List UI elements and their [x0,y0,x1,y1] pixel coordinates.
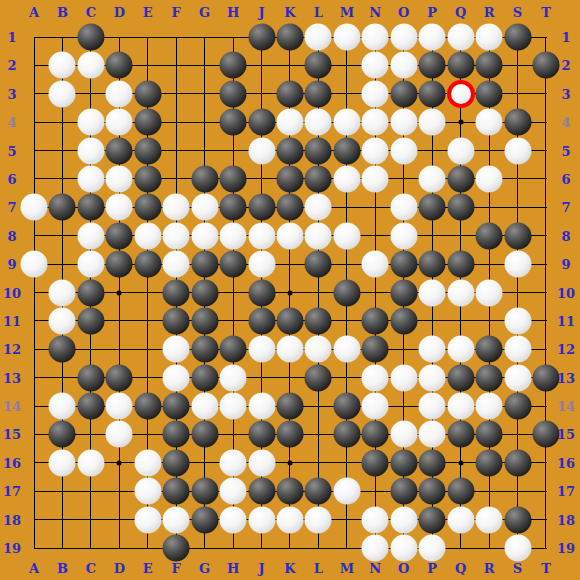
stone-Q7[interactable] [447,194,474,221]
right-row-label-15: 15 [557,428,575,441]
stone-P18[interactable] [419,506,446,533]
bottom-col-label-K: K [284,562,295,575]
stone-C5[interactable] [77,137,104,164]
stone-O9[interactable] [390,251,417,278]
stone-P10[interactable] [419,279,446,306]
right-row-label-1: 1 [561,31,570,44]
stone-T15[interactable] [532,421,559,448]
right-row-label-11: 11 [557,314,575,327]
stone-E6[interactable] [134,165,161,192]
stone-L7[interactable] [305,194,332,221]
stone-G14[interactable] [191,393,218,420]
left-row-label-8: 8 [7,229,16,242]
bottom-col-label-E: E [143,562,153,575]
stone-O8[interactable] [390,222,417,249]
stone-J8[interactable] [248,222,275,249]
stone-P15[interactable] [419,421,446,448]
left-row-label-7: 7 [7,201,16,214]
stone-M14[interactable] [333,393,360,420]
stone-F10[interactable] [163,279,190,306]
stone-S4[interactable] [504,109,531,136]
stone-K11[interactable] [276,307,303,334]
stone-C2[interactable] [77,52,104,79]
stone-R2[interactable] [476,52,503,79]
stone-H2[interactable] [220,52,247,79]
stone-F11[interactable] [163,307,190,334]
right-row-label-9: 9 [561,258,570,271]
stone-M10[interactable] [333,279,360,306]
right-row-label-17: 17 [557,485,575,498]
stone-S18[interactable] [504,506,531,533]
stone-L17[interactable] [305,478,332,505]
stone-S14[interactable] [504,393,531,420]
top-col-label-T: T [541,6,551,19]
top-col-label-L: L [314,6,323,19]
stone-C10[interactable] [77,279,104,306]
bottom-col-label-J: J [258,562,264,575]
stone-O17[interactable] [390,478,417,505]
stone-P19[interactable] [419,535,446,562]
stone-P2[interactable] [419,52,446,79]
stone-N4[interactable] [362,109,389,136]
stone-F16[interactable] [163,449,190,476]
stone-F9[interactable] [163,251,190,278]
stone-G9[interactable] [191,251,218,278]
stone-R1[interactable] [476,24,503,51]
stone-R12[interactable] [476,336,503,363]
star-point-Q16 [458,460,463,465]
stone-P16[interactable] [419,449,446,476]
stone-E18[interactable] [134,506,161,533]
stone-L8[interactable] [305,222,332,249]
stone-Q18[interactable] [447,506,474,533]
stone-Q2[interactable] [447,52,474,79]
stone-Q17[interactable] [447,478,474,505]
stone-S11[interactable] [504,307,531,334]
stone-R3[interactable] [476,80,503,107]
stone-D2[interactable] [106,52,133,79]
stone-F17[interactable] [163,478,190,505]
left-row-label-1: 1 [7,31,16,44]
grid-line-vertical [34,37,35,549]
top-col-label-N: N [369,6,381,19]
stone-J9[interactable] [248,251,275,278]
stone-J15[interactable] [248,421,275,448]
right-row-label-2: 2 [561,59,570,72]
stone-K1[interactable] [276,24,303,51]
stone-C13[interactable] [77,364,104,391]
stone-J14[interactable] [248,393,275,420]
stone-S19[interactable] [504,535,531,562]
stone-N13[interactable] [362,364,389,391]
stone-L12[interactable] [305,336,332,363]
stone-O15[interactable] [390,421,417,448]
stone-H12[interactable] [220,336,247,363]
stone-H9[interactable] [220,251,247,278]
stone-M15[interactable] [333,421,360,448]
left-row-label-5: 5 [7,144,16,157]
stone-H4[interactable] [220,109,247,136]
stone-P1[interactable] [419,24,446,51]
stone-F18[interactable] [163,506,190,533]
stone-B2[interactable] [49,52,76,79]
stone-O2[interactable] [390,52,417,79]
star-point-K16 [287,460,292,465]
stone-E16[interactable] [134,449,161,476]
stone-O5[interactable] [390,137,417,164]
right-row-label-4: 4 [561,116,570,129]
stone-E9[interactable] [134,251,161,278]
top-col-label-Q: Q [455,6,466,19]
bottom-col-label-G: G [199,562,210,575]
stone-J7[interactable] [248,194,275,221]
stone-J12[interactable] [248,336,275,363]
stone-K15[interactable] [276,421,303,448]
bottom-col-label-L: L [314,562,323,575]
left-row-label-12: 12 [3,343,21,356]
top-col-label-F: F [172,6,181,19]
star-point-K10 [287,290,292,295]
stone-G6[interactable] [191,165,218,192]
stone-T13[interactable] [532,364,559,391]
stone-N11[interactable] [362,307,389,334]
stone-D14[interactable] [106,393,133,420]
stone-L6[interactable] [305,165,332,192]
right-row-label-10: 10 [557,286,575,299]
stone-R13[interactable] [476,364,503,391]
top-col-label-H: H [227,6,239,19]
stone-B16[interactable] [49,449,76,476]
stone-G13[interactable] [191,364,218,391]
bottom-col-label-T: T [541,562,551,575]
left-row-label-17: 17 [3,485,21,498]
stone-C7[interactable] [77,194,104,221]
left-row-label-3: 3 [7,87,16,100]
star-point-Q4 [458,120,463,125]
stone-F13[interactable] [163,364,190,391]
stone-N16[interactable] [362,449,389,476]
stone-D9[interactable] [106,251,133,278]
stone-O11[interactable] [390,307,417,334]
stone-H7[interactable] [220,194,247,221]
stone-S5[interactable] [504,137,531,164]
stone-E7[interactable] [134,194,161,221]
bottom-col-label-D: D [114,562,125,575]
stone-D8[interactable] [106,222,133,249]
stone-K5[interactable] [276,137,303,164]
stone-N2[interactable] [362,52,389,79]
stone-K3[interactable] [276,80,303,107]
stone-Q15[interactable] [447,421,474,448]
stone-P6[interactable] [419,165,446,192]
stone-D6[interactable] [106,165,133,192]
stone-S12[interactable] [504,336,531,363]
left-row-label-4: 4 [7,116,16,129]
stone-K8[interactable] [276,222,303,249]
bottom-col-label-S: S [513,562,522,575]
stone-G8[interactable] [191,222,218,249]
stone-G17[interactable] [191,478,218,505]
left-row-label-15: 15 [3,428,21,441]
stone-B14[interactable] [49,393,76,420]
stone-C8[interactable] [77,222,104,249]
stone-K18[interactable] [276,506,303,533]
stone-K14[interactable] [276,393,303,420]
stone-C16[interactable] [77,449,104,476]
right-row-label-13: 13 [557,371,575,384]
stone-D7[interactable] [106,194,133,221]
stone-E14[interactable] [134,393,161,420]
stone-H13[interactable] [220,364,247,391]
stone-M6[interactable] [333,165,360,192]
stone-D15[interactable] [106,421,133,448]
right-row-label-8: 8 [561,229,570,242]
bottom-col-label-B: B [57,562,68,575]
right-row-label-14: 14 [557,400,575,413]
right-row-label-6: 6 [561,172,570,185]
stone-Q13[interactable] [447,364,474,391]
stone-K6[interactable] [276,165,303,192]
stone-J16[interactable] [248,449,275,476]
bottom-col-label-H: H [227,562,239,575]
stone-M1[interactable] [333,24,360,51]
stone-R18[interactable] [476,506,503,533]
stone-C11[interactable] [77,307,104,334]
stone-L18[interactable] [305,506,332,533]
stone-C1[interactable] [77,24,104,51]
bottom-col-label-C: C [86,562,96,575]
stone-D5[interactable] [106,137,133,164]
stone-N9[interactable] [362,251,389,278]
stone-Q5[interactable] [447,137,474,164]
stone-M12[interactable] [333,336,360,363]
stone-P4[interactable] [419,109,446,136]
stone-C6[interactable] [77,165,104,192]
stone-O1[interactable] [390,24,417,51]
stone-N6[interactable] [362,165,389,192]
stone-B3[interactable] [49,80,76,107]
right-row-label-18: 18 [557,513,575,526]
right-row-label-5: 5 [561,144,570,157]
stone-Q1[interactable] [447,24,474,51]
top-col-label-P: P [427,6,437,19]
stone-L4[interactable] [305,109,332,136]
stone-B10[interactable] [49,279,76,306]
stone-E3[interactable] [134,80,161,107]
stone-A7[interactable] [21,194,48,221]
stone-H16[interactable] [220,449,247,476]
stone-D13[interactable] [106,364,133,391]
left-row-label-11: 11 [3,314,21,327]
stone-R15[interactable] [476,421,503,448]
stone-K17[interactable] [276,478,303,505]
stone-F12[interactable] [163,336,190,363]
grid-line-vertical [545,37,546,549]
stone-J11[interactable] [248,307,275,334]
stone-K12[interactable] [276,336,303,363]
stone-G18[interactable] [191,506,218,533]
stone-O13[interactable] [390,364,417,391]
stone-A9[interactable] [21,251,48,278]
stone-P17[interactable] [419,478,446,505]
stone-T2[interactable] [532,52,559,79]
stone-K4[interactable] [276,109,303,136]
stone-L5[interactable] [305,137,332,164]
stone-B12[interactable] [49,336,76,363]
stone-J1[interactable] [248,24,275,51]
left-row-label-9: 9 [7,258,16,271]
stone-L13[interactable] [305,364,332,391]
stone-J10[interactable] [248,279,275,306]
go-board[interactable]: AABBCCDDEEFFGGHHJJKKLLMMNNOOPPQQRRSSTT11… [0,0,580,580]
stone-R16[interactable] [476,449,503,476]
stone-S1[interactable] [504,24,531,51]
star-point-D16 [117,460,122,465]
stone-P7[interactable] [419,194,446,221]
stone-Q9[interactable] [447,251,474,278]
stone-H18[interactable] [220,506,247,533]
stone-E5[interactable] [134,137,161,164]
stone-F15[interactable] [163,421,190,448]
stone-J4[interactable] [248,109,275,136]
stone-M8[interactable] [333,222,360,249]
bottom-col-label-A: A [29,562,39,575]
bottom-col-label-F: F [172,562,181,575]
stone-F14[interactable] [163,393,190,420]
stone-F7[interactable] [163,194,190,221]
stone-N14[interactable] [362,393,389,420]
stone-M17[interactable] [333,478,360,505]
stone-C4[interactable] [77,109,104,136]
stone-P14[interactable] [419,393,446,420]
stone-H8[interactable] [220,222,247,249]
left-row-label-6: 6 [7,172,16,185]
stone-G11[interactable] [191,307,218,334]
stone-P13[interactable] [419,364,446,391]
stone-H3[interactable] [220,80,247,107]
left-row-label-13: 13 [3,371,21,384]
stone-O7[interactable] [390,194,417,221]
stone-S13[interactable] [504,364,531,391]
stone-H17[interactable] [220,478,247,505]
stone-O19[interactable] [390,535,417,562]
left-row-label-19: 19 [3,542,21,555]
top-col-label-O: O [398,6,409,19]
left-row-label-16: 16 [3,456,21,469]
stone-O16[interactable] [390,449,417,476]
bottom-col-label-N: N [369,562,381,575]
stone-D3[interactable] [106,80,133,107]
stone-N18[interactable] [362,506,389,533]
right-row-label-7: 7 [561,201,570,214]
stone-L1[interactable] [305,24,332,51]
stone-K7[interactable] [276,194,303,221]
stone-Q10[interactable] [447,279,474,306]
left-row-label-10: 10 [3,286,21,299]
stone-J18[interactable] [248,506,275,533]
stone-H14[interactable] [220,393,247,420]
bottom-col-label-R: R [484,562,495,575]
stone-O3[interactable] [390,80,417,107]
stone-P3[interactable] [419,80,446,107]
left-row-label-14: 14 [3,400,21,413]
top-col-label-B: B [57,6,68,19]
stone-O4[interactable] [390,109,417,136]
stone-H6[interactable] [220,165,247,192]
star-point-D10 [117,290,122,295]
top-col-label-E: E [143,6,153,19]
stone-R8[interactable] [476,222,503,249]
stone-E8[interactable] [134,222,161,249]
left-row-label-18: 18 [3,513,21,526]
stone-S16[interactable] [504,449,531,476]
stone-C9[interactable] [77,251,104,278]
stone-P12[interactable] [419,336,446,363]
stone-L3[interactable] [305,80,332,107]
stone-D4[interactable] [106,109,133,136]
stone-J17[interactable] [248,478,275,505]
stone-S8[interactable] [504,222,531,249]
top-col-label-A: A [29,6,39,19]
stone-R4[interactable] [476,109,503,136]
stone-G7[interactable] [191,194,218,221]
last-move-marker [447,80,475,108]
stone-O18[interactable] [390,506,417,533]
stone-E17[interactable] [134,478,161,505]
stone-F19[interactable] [163,535,190,562]
stone-S9[interactable] [504,251,531,278]
stone-L11[interactable] [305,307,332,334]
top-col-label-K: K [284,6,295,19]
top-col-label-R: R [484,6,495,19]
stone-B15[interactable] [49,421,76,448]
stone-M4[interactable] [333,109,360,136]
stone-L9[interactable] [305,251,332,278]
stone-N19[interactable] [362,535,389,562]
bottom-col-label-O: O [398,562,409,575]
stone-G12[interactable] [191,336,218,363]
stone-Q12[interactable] [447,336,474,363]
stone-N15[interactable] [362,421,389,448]
stone-R6[interactable] [476,165,503,192]
top-col-label-D: D [114,6,125,19]
stone-G10[interactable] [191,279,218,306]
stone-E4[interactable] [134,109,161,136]
top-col-label-M: M [340,6,354,19]
stone-N5[interactable] [362,137,389,164]
stone-B11[interactable] [49,307,76,334]
stone-Q6[interactable] [447,165,474,192]
stone-O10[interactable] [390,279,417,306]
stone-L2[interactable] [305,52,332,79]
bottom-col-label-M: M [340,562,354,575]
stone-N12[interactable] [362,336,389,363]
stone-R10[interactable] [476,279,503,306]
stone-J5[interactable] [248,137,275,164]
stone-F8[interactable] [163,222,190,249]
stone-N3[interactable] [362,80,389,107]
stone-B7[interactable] [49,194,76,221]
stone-C14[interactable] [77,393,104,420]
stone-N1[interactable] [362,24,389,51]
stone-Q14[interactable] [447,393,474,420]
stone-R14[interactable] [476,393,503,420]
top-col-label-S: S [513,6,522,19]
stone-P9[interactable] [419,251,446,278]
stone-G15[interactable] [191,421,218,448]
top-col-label-J: J [258,6,264,19]
stone-M5[interactable] [333,137,360,164]
